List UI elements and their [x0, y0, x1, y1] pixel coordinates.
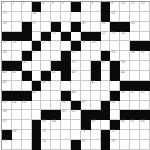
black-cell [110, 91, 120, 101]
white-cell[interactable] [140, 22, 150, 32]
black-cell [61, 91, 71, 101]
clue-number: 41 [12, 71, 16, 75]
white-cell[interactable]: 22 [101, 32, 111, 42]
white-cell[interactable] [71, 130, 81, 140]
clue-number: 69 [12, 130, 16, 134]
clue-number: 74 [42, 140, 46, 144]
white-cell[interactable]: 58 [110, 101, 120, 111]
white-cell[interactable] [81, 81, 91, 91]
white-cell[interactable] [41, 51, 51, 61]
white-cell[interactable] [61, 41, 71, 51]
white-cell[interactable] [140, 101, 150, 111]
white-cell[interactable] [101, 41, 111, 51]
white-cell[interactable]: 21 [51, 32, 61, 42]
white-cell[interactable]: 20 [130, 22, 140, 32]
clue-number: 13 [3, 12, 7, 16]
black-cell [110, 71, 120, 81]
white-cell[interactable] [110, 41, 120, 51]
white-cell[interactable]: 44 [120, 71, 130, 81]
white-cell[interactable]: 46 [41, 81, 51, 91]
white-cell[interactable] [91, 51, 101, 61]
black-cell [91, 110, 101, 120]
white-cell[interactable] [71, 81, 81, 91]
clue-number: 43 [72, 71, 76, 75]
clue-number: 21 [52, 32, 56, 36]
clue-number: 15 [111, 12, 115, 16]
black-cell [61, 32, 71, 42]
black-cell [120, 81, 130, 91]
black-cell [71, 2, 81, 12]
black-cell [22, 22, 32, 32]
clue-number: 62 [3, 120, 7, 124]
white-cell[interactable]: 48 [32, 91, 42, 101]
clue-number: 42 [52, 71, 56, 75]
white-cell[interactable]: 34 [130, 51, 140, 61]
white-cell[interactable]: 66 [120, 120, 130, 130]
white-cell[interactable] [32, 101, 42, 111]
white-cell[interactable]: 40 [2, 71, 12, 81]
white-cell[interactable] [22, 41, 32, 51]
clue-number: 46 [42, 81, 46, 85]
black-cell [110, 61, 120, 71]
white-cell[interactable] [51, 51, 61, 61]
white-cell[interactable]: 56 [61, 101, 71, 111]
white-cell[interactable] [22, 110, 32, 120]
clue-number: 71 [81, 130, 85, 134]
white-cell[interactable]: 32 [71, 51, 81, 61]
white-cell[interactable] [12, 81, 22, 91]
clue-number: 53 [3, 101, 7, 105]
white-cell[interactable]: 35 [140, 51, 150, 61]
black-cell [81, 110, 91, 120]
clue-number: 57 [81, 101, 85, 105]
white-cell[interactable]: 11 [130, 2, 140, 12]
white-cell[interactable] [120, 130, 130, 140]
clue-number: 73 [3, 140, 7, 144]
white-cell[interactable] [130, 32, 140, 42]
clue-number: 44 [121, 71, 125, 75]
crossword-grid: 1234567891011121314151617181920212223242… [1, 1, 150, 150]
white-cell[interactable] [91, 140, 101, 150]
white-cell[interactable] [81, 12, 91, 22]
black-cell [61, 61, 71, 71]
black-cell [130, 81, 140, 91]
white-cell[interactable]: 29 [91, 41, 101, 51]
white-cell[interactable] [61, 120, 71, 130]
clue-number: 19 [101, 22, 105, 26]
clue-number: 67 [131, 120, 135, 124]
white-cell[interactable] [130, 101, 140, 111]
white-cell[interactable] [41, 22, 51, 32]
white-cell[interactable] [120, 101, 130, 111]
clue-number: 32 [72, 51, 76, 55]
clue-number: 16 [3, 22, 7, 26]
white-cell[interactable] [140, 61, 150, 71]
clue-number: 55 [22, 101, 26, 105]
white-cell[interactable]: 50 [120, 91, 130, 101]
clue-number: 7 [81, 2, 83, 6]
clue-number: 70 [42, 130, 46, 134]
white-cell[interactable]: 31 [32, 51, 42, 61]
white-cell[interactable]: 69 [12, 130, 22, 140]
black-cell [32, 140, 42, 150]
white-cell[interactable]: 5 [51, 2, 61, 12]
white-cell[interactable]: 18 [81, 22, 91, 32]
white-cell[interactable] [22, 130, 32, 140]
clue-number: 72 [111, 130, 115, 134]
white-cell[interactable] [140, 140, 150, 150]
white-cell[interactable] [12, 12, 22, 22]
white-cell[interactable]: 49 [71, 91, 81, 101]
clue-number: 76 [111, 140, 115, 144]
clue-number: 33 [111, 51, 115, 55]
black-cell [130, 41, 140, 51]
black-cell [91, 71, 101, 81]
clue-number: 3 [22, 2, 24, 6]
white-cell[interactable] [140, 71, 150, 81]
clue-number: 1 [3, 2, 5, 6]
white-cell[interactable]: 23 [110, 32, 120, 42]
clue-number: 9 [111, 2, 113, 6]
black-cell [22, 51, 32, 61]
white-cell[interactable] [51, 12, 61, 22]
black-cell [2, 61, 12, 71]
black-cell [12, 32, 22, 42]
white-cell[interactable] [101, 120, 111, 130]
white-cell[interactable]: 15 [110, 12, 120, 22]
clue-number: 14 [32, 12, 36, 16]
white-cell[interactable]: 72 [110, 130, 120, 140]
white-cell[interactable] [130, 140, 140, 150]
black-cell [22, 32, 32, 42]
white-cell[interactable] [120, 140, 130, 150]
clue-number: 20 [131, 22, 135, 26]
white-cell[interactable] [61, 12, 71, 22]
clue-number: 31 [32, 51, 36, 55]
white-cell[interactable]: 1 [2, 2, 12, 12]
white-cell[interactable] [51, 91, 61, 101]
clue-number: 61 [72, 110, 76, 114]
black-cell [101, 12, 111, 22]
white-cell[interactable]: 13 [2, 12, 12, 22]
black-cell [101, 130, 111, 140]
white-cell[interactable]: 26 [12, 41, 22, 51]
black-cell [51, 22, 61, 32]
white-cell[interactable] [32, 110, 42, 120]
white-cell[interactable]: 41 [12, 71, 22, 81]
white-cell[interactable] [130, 130, 140, 140]
white-cell[interactable] [12, 22, 22, 32]
black-cell [51, 61, 61, 71]
white-cell[interactable] [22, 140, 32, 150]
white-cell[interactable]: 45 [2, 81, 12, 91]
white-cell[interactable]: 33 [110, 51, 120, 61]
white-cell[interactable] [41, 61, 51, 71]
white-cell[interactable] [51, 101, 61, 111]
white-cell[interactable]: 6 [61, 2, 71, 12]
clue-number: 36 [22, 61, 26, 65]
white-cell[interactable]: 38 [101, 61, 111, 71]
white-cell[interactable]: 76 [110, 140, 120, 150]
white-cell[interactable] [120, 51, 130, 61]
clue-number: 35 [141, 51, 145, 55]
white-cell[interactable]: 52 [140, 91, 150, 101]
black-cell [61, 51, 71, 61]
clue-number: 30 [3, 51, 7, 55]
black-cell [12, 61, 22, 71]
white-cell[interactable]: 64 [51, 120, 61, 130]
white-cell[interactable]: 53 [2, 101, 12, 111]
white-cell[interactable]: 55 [22, 101, 32, 111]
white-cell[interactable] [12, 51, 22, 61]
white-cell[interactable] [71, 32, 81, 42]
white-cell[interactable]: 10 [120, 2, 130, 12]
white-cell[interactable] [91, 91, 101, 101]
clue-number: 37 [72, 61, 76, 65]
white-cell[interactable] [12, 140, 22, 150]
white-cell[interactable] [130, 71, 140, 81]
white-cell[interactable]: 3 [22, 2, 32, 12]
clue-number: 59 [3, 110, 7, 114]
clue-number: 66 [121, 120, 125, 124]
white-cell[interactable] [61, 81, 71, 91]
clue-number: 11 [131, 2, 135, 6]
white-cell[interactable]: 19 [101, 22, 111, 32]
white-cell[interactable]: 9 [110, 2, 120, 12]
black-cell [2, 130, 12, 140]
white-cell[interactable] [61, 140, 71, 150]
black-cell [120, 22, 130, 32]
white-cell[interactable] [22, 81, 32, 91]
clue-number: 50 [121, 91, 125, 95]
white-cell[interactable] [140, 32, 150, 42]
white-cell[interactable]: 65 [91, 120, 101, 130]
white-cell[interactable]: 37 [71, 61, 81, 71]
crossword-page: 1234567891011121314151617181920212223242… [0, 0, 150, 150]
white-cell[interactable] [41, 101, 51, 111]
black-cell [32, 130, 42, 140]
black-cell [110, 22, 120, 32]
black-cell [130, 110, 140, 120]
black-cell [81, 120, 91, 130]
clue-number: 64 [52, 120, 56, 124]
clue-number: 27 [42, 41, 46, 45]
white-cell[interactable]: 70 [41, 130, 51, 140]
white-cell[interactable]: 24 [120, 32, 130, 42]
white-cell[interactable]: 42 [51, 71, 61, 81]
black-cell [101, 140, 111, 150]
white-cell[interactable] [140, 12, 150, 22]
clue-number: 10 [121, 2, 125, 6]
black-cell [101, 51, 111, 61]
clue-number: 45 [3, 81, 7, 85]
white-cell[interactable] [101, 71, 111, 81]
white-cell[interactable] [91, 12, 101, 22]
white-cell[interactable] [81, 51, 91, 61]
black-cell [140, 41, 150, 51]
black-cell [140, 81, 150, 91]
white-cell[interactable] [101, 81, 111, 91]
white-cell[interactable]: 30 [2, 51, 12, 61]
white-cell[interactable]: 60 [61, 110, 71, 120]
clue-number: 48 [32, 91, 36, 95]
black-cell [101, 2, 111, 12]
black-cell [32, 41, 42, 51]
white-cell[interactable]: 47 [91, 81, 101, 91]
white-cell[interactable]: 68 [140, 120, 150, 130]
white-cell[interactable] [91, 130, 101, 140]
white-cell[interactable]: 75 [81, 140, 91, 150]
clue-number: 38 [101, 61, 105, 65]
white-cell[interactable]: 57 [81, 101, 91, 111]
clue-number: 40 [3, 71, 7, 75]
black-cell [61, 71, 71, 81]
white-cell[interactable] [130, 12, 140, 22]
clue-number: 51 [131, 91, 135, 95]
black-cell [32, 2, 42, 12]
black-cell [32, 81, 42, 91]
white-cell[interactable]: 28 [81, 41, 91, 51]
black-cell [41, 110, 51, 120]
white-cell[interactable] [12, 110, 22, 120]
clue-number: 26 [12, 41, 16, 45]
white-cell[interactable] [41, 12, 51, 22]
white-cell[interactable] [81, 91, 91, 101]
black-cell [71, 22, 81, 32]
clue-number: 23 [111, 32, 115, 36]
black-cell [22, 91, 32, 101]
white-cell[interactable] [130, 61, 140, 71]
white-cell[interactable] [61, 22, 71, 32]
white-cell[interactable]: 4 [41, 2, 51, 12]
white-cell[interactable] [71, 120, 81, 130]
black-cell [81, 32, 91, 42]
black-cell [91, 61, 101, 71]
clue-number: 65 [91, 120, 95, 124]
white-cell[interactable]: 51 [130, 91, 140, 101]
clue-number: 5 [52, 2, 54, 6]
white-cell[interactable] [22, 12, 32, 22]
white-cell[interactable]: 16 [2, 22, 12, 32]
clue-number: 63 [42, 120, 46, 124]
white-cell[interactable]: 17 [32, 22, 42, 32]
white-cell[interactable]: 36 [22, 61, 32, 71]
black-cell [140, 110, 150, 120]
black-cell [2, 91, 12, 101]
white-cell[interactable]: 27 [41, 41, 51, 51]
clue-number: 56 [62, 101, 66, 105]
black-cell [120, 110, 130, 120]
clue-number: 28 [81, 41, 85, 45]
clue-number: 17 [32, 22, 36, 26]
white-cell[interactable]: 73 [2, 140, 12, 150]
white-cell[interactable] [51, 140, 61, 150]
clue-number: 22 [101, 32, 105, 36]
white-cell[interactable] [51, 130, 61, 140]
white-cell[interactable] [71, 12, 81, 22]
white-cell[interactable]: 63 [41, 120, 51, 130]
black-cell [101, 101, 111, 111]
clue-number: 6 [62, 2, 64, 6]
white-cell[interactable] [101, 91, 111, 101]
black-cell [12, 91, 22, 101]
black-cell [51, 110, 61, 120]
black-cell [22, 71, 32, 81]
white-cell[interactable] [91, 101, 101, 111]
clue-number: 4 [42, 2, 44, 6]
clue-number: 34 [131, 51, 135, 55]
white-cell[interactable]: 54 [12, 101, 22, 111]
clue-number: 8 [91, 2, 93, 6]
clue-number: 52 [141, 91, 145, 95]
white-cell[interactable] [120, 41, 130, 51]
clue-number: 47 [91, 81, 95, 85]
white-cell[interactable]: 67 [130, 120, 140, 130]
clue-number: 29 [91, 41, 95, 45]
white-cell[interactable] [120, 12, 130, 22]
white-cell[interactable]: 39 [120, 61, 130, 71]
white-cell[interactable] [32, 32, 42, 42]
clue-number: 68 [141, 120, 145, 124]
white-cell[interactable]: 12 [140, 2, 150, 12]
white-cell[interactable]: 14 [32, 12, 42, 22]
white-cell[interactable] [51, 41, 61, 51]
white-cell[interactable] [140, 130, 150, 140]
clue-number: 24 [121, 32, 125, 36]
black-cell [101, 110, 111, 120]
white-cell[interactable] [61, 130, 71, 140]
white-cell[interactable] [32, 61, 42, 71]
black-cell [41, 32, 51, 42]
white-cell[interactable] [12, 120, 22, 130]
black-cell [71, 41, 81, 51]
white-cell[interactable]: 43 [71, 71, 81, 81]
white-cell[interactable] [110, 81, 120, 91]
black-cell [71, 140, 81, 150]
clue-number: 58 [111, 101, 115, 105]
clue-number: 75 [81, 140, 85, 144]
white-cell[interactable]: 74 [41, 140, 51, 150]
clue-number: 25 [3, 41, 7, 45]
white-cell[interactable] [41, 91, 51, 101]
white-cell[interactable] [32, 71, 42, 81]
white-cell[interactable] [22, 120, 32, 130]
white-cell[interactable] [91, 22, 101, 32]
white-cell[interactable] [51, 81, 61, 91]
clue-number: 49 [72, 91, 76, 95]
black-cell [71, 101, 81, 111]
white-cell[interactable]: 25 [2, 41, 12, 51]
white-cell[interactable] [81, 71, 91, 81]
black-cell [110, 120, 120, 130]
clue-number: 39 [121, 61, 125, 65]
white-cell[interactable]: 8 [91, 2, 101, 12]
clue-number: 60 [62, 110, 66, 114]
white-cell[interactable] [110, 110, 120, 120]
white-cell[interactable]: 59 [2, 110, 12, 120]
white-cell[interactable]: 62 [2, 120, 12, 130]
clue-number: 18 [81, 22, 85, 26]
white-cell[interactable] [81, 61, 91, 71]
black-cell [91, 32, 101, 42]
black-cell [32, 120, 42, 130]
white-cell[interactable]: 7 [81, 2, 91, 12]
white-cell[interactable]: 71 [81, 130, 91, 140]
clue-number: 54 [12, 101, 16, 105]
white-cell[interactable]: 61 [71, 110, 81, 120]
black-cell [2, 32, 12, 42]
white-cell[interactable]: 2 [12, 2, 22, 12]
